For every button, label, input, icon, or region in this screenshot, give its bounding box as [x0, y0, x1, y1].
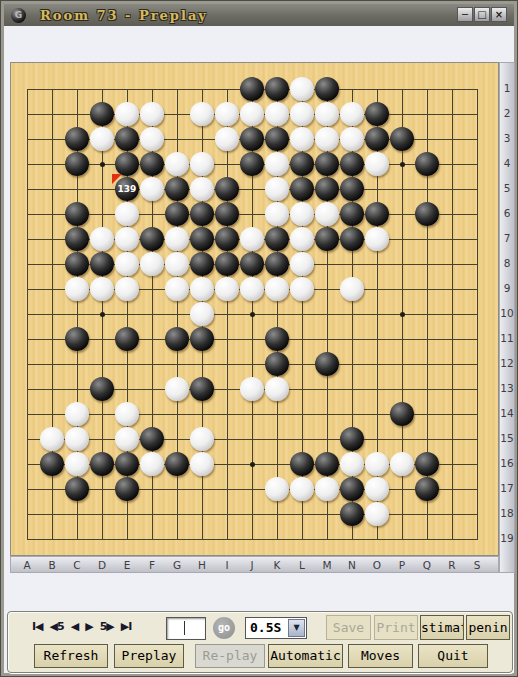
go-board[interactable]: 139	[10, 62, 499, 556]
white-stone-O18	[365, 502, 389, 526]
black-stone-E17	[115, 477, 139, 501]
col-label-E: E	[119, 559, 135, 571]
black-stone-H7	[190, 227, 214, 251]
white-stone-H4	[190, 152, 214, 176]
star-point	[400, 162, 405, 167]
opening-button[interactable]: penin	[466, 615, 510, 640]
white-stone-M3	[315, 127, 339, 151]
grid-line	[452, 89, 453, 540]
save-button[interactable]: Save	[326, 615, 371, 640]
white-stone-L6	[290, 202, 314, 226]
white-stone-J13	[240, 377, 264, 401]
white-stone-H10	[190, 302, 214, 326]
black-stone-O3	[365, 127, 389, 151]
black-stone-J3	[240, 127, 264, 151]
white-stone-G8	[165, 252, 189, 276]
black-stone-D8	[90, 252, 114, 276]
row-label-12: 12	[500, 357, 514, 369]
black-stone-J4	[240, 152, 264, 176]
white-stone-K5	[265, 177, 289, 201]
black-stone-C17	[65, 477, 89, 501]
white-stone-H2	[190, 102, 214, 126]
white-stone-H16	[190, 452, 214, 476]
white-stone-E9	[115, 277, 139, 301]
black-stone-Q17	[415, 477, 439, 501]
black-stone-E16	[115, 452, 139, 476]
black-stone-I6	[215, 202, 239, 226]
grid-line	[27, 439, 478, 440]
black-stone-F4	[140, 152, 164, 176]
white-stone-P16	[390, 452, 414, 476]
control-panel: I◀◀5◀▶5▶▶I go 0.5S ▼ Save Print stimat p…	[7, 611, 513, 673]
star-point	[100, 312, 105, 317]
white-stone-G13	[165, 377, 189, 401]
grid-line	[27, 514, 478, 515]
white-stone-L7	[290, 227, 314, 251]
white-stone-E6	[115, 202, 139, 226]
white-stone-I3	[215, 127, 239, 151]
white-stone-C15	[65, 427, 89, 451]
white-stone-K17	[265, 477, 289, 501]
star-point	[400, 312, 405, 317]
col-label-C: C	[69, 559, 85, 571]
white-stone-D3	[90, 127, 114, 151]
nav-first-icon[interactable]: I◀	[32, 620, 43, 633]
col-label-N: N	[344, 559, 360, 571]
refresh-button[interactable]: Refresh	[34, 644, 108, 668]
black-stone-N17	[340, 477, 364, 501]
white-stone-E14	[115, 402, 139, 426]
black-stone-C8	[65, 252, 89, 276]
automatic-button[interactable]: Automatic	[268, 644, 343, 668]
white-stone-D7	[90, 227, 114, 251]
white-stone-K2	[265, 102, 289, 126]
white-stone-G7	[165, 227, 189, 251]
col-label-J: J	[244, 559, 260, 571]
black-stone-N6	[340, 202, 364, 226]
row-label-13: 13	[500, 382, 514, 394]
nav-back-1-icon[interactable]: ◀	[71, 620, 78, 633]
black-stone-H11	[190, 327, 214, 351]
col-label-B: B	[44, 559, 60, 571]
row-label-15: 15	[500, 432, 514, 444]
black-stone-Q6	[415, 202, 439, 226]
white-stone-E2	[115, 102, 139, 126]
white-stone-G9	[165, 277, 189, 301]
black-stone-J1	[240, 77, 264, 101]
grid-line	[27, 489, 478, 490]
move-number-label: 139	[115, 177, 139, 201]
white-stone-O7	[365, 227, 389, 251]
black-stone-Q4	[415, 152, 439, 176]
white-stone-C16	[65, 452, 89, 476]
white-stone-F5	[140, 177, 164, 201]
white-stone-K13	[265, 377, 289, 401]
col-label-O: O	[369, 559, 385, 571]
white-stone-I2	[215, 102, 239, 126]
black-stone-F15	[140, 427, 164, 451]
col-label-S: S	[469, 559, 485, 571]
black-stone-M12	[315, 352, 339, 376]
black-stone-M4	[315, 152, 339, 176]
black-stone-B16	[40, 452, 64, 476]
col-label-D: D	[94, 559, 110, 571]
delay-select[interactable]: 0.5S ▼	[245, 617, 307, 639]
black-stone-D13	[90, 377, 114, 401]
black-stone-C4	[65, 152, 89, 176]
white-stone-M17	[315, 477, 339, 501]
col-label-L: L	[294, 559, 310, 571]
black-stone-C7	[65, 227, 89, 251]
white-stone-H15	[190, 427, 214, 451]
white-stone-D9	[90, 277, 114, 301]
black-stone-O2	[365, 102, 389, 126]
row-label-16: 16	[500, 457, 514, 469]
white-stone-M6	[315, 202, 339, 226]
row-label-6: 6	[500, 207, 514, 219]
white-stone-C14	[65, 402, 89, 426]
grid-line	[27, 539, 478, 540]
black-stone-K12	[265, 352, 289, 376]
quit-button[interactable]: Quit	[418, 644, 488, 668]
moves-button[interactable]: Moves	[348, 644, 413, 668]
row-label-14: 14	[500, 407, 514, 419]
col-label-I: I	[219, 559, 235, 571]
row-coordinates: 12345678910111213141516171819	[499, 62, 515, 573]
white-stone-C9	[65, 277, 89, 301]
black-stone-P3	[390, 127, 414, 151]
white-stone-L1	[290, 77, 314, 101]
white-stone-L3	[290, 127, 314, 151]
black-stone-P14	[390, 402, 414, 426]
black-stone-E11	[115, 327, 139, 351]
black-stone-E5: 139	[115, 177, 139, 201]
white-stone-N16	[340, 452, 364, 476]
black-stone-M1	[315, 77, 339, 101]
nav-forward-1-icon[interactable]: ▶	[85, 620, 92, 633]
white-stone-O17	[365, 477, 389, 501]
white-stone-F8	[140, 252, 164, 276]
col-label-R: R	[444, 559, 460, 571]
titlebar: G Room 73 - Preplay ─□×	[4, 4, 514, 26]
black-stone-G16	[165, 452, 189, 476]
black-stone-D16	[90, 452, 114, 476]
black-stone-L4	[290, 152, 314, 176]
black-stone-I8	[215, 252, 239, 276]
grid-line	[27, 364, 478, 365]
white-stone-L17	[290, 477, 314, 501]
white-stone-N9	[340, 277, 364, 301]
black-stone-Q16	[415, 452, 439, 476]
row-label-3: 3	[500, 132, 514, 144]
col-label-K: K	[269, 559, 285, 571]
white-stone-L8	[290, 252, 314, 276]
col-label-Q: Q	[419, 559, 435, 571]
white-stone-I9	[215, 277, 239, 301]
chevron-down-icon[interactable]: ▼	[288, 619, 305, 637]
nav-back-5-icon[interactable]: ◀5	[50, 620, 64, 633]
preplay-button[interactable]: Preplay	[114, 644, 184, 668]
print-button[interactable]: Print	[374, 615, 418, 640]
black-stone-E4	[115, 152, 139, 176]
row-label-2: 2	[500, 107, 514, 119]
black-stone-H8	[190, 252, 214, 276]
black-stone-H13	[190, 377, 214, 401]
white-stone-E7	[115, 227, 139, 251]
go-button[interactable]: go	[213, 617, 235, 639]
white-stone-N2	[340, 102, 364, 126]
column-coordinates: ABCDEFGHIJKLMNOPQRS	[10, 556, 499, 573]
row-label-19: 19	[500, 532, 514, 544]
white-stone-K9	[265, 277, 289, 301]
black-stone-K8	[265, 252, 289, 276]
black-stone-H6	[190, 202, 214, 226]
white-stone-F2	[140, 102, 164, 126]
white-stone-L9	[290, 277, 314, 301]
row-label-4: 4	[500, 157, 514, 169]
white-stone-N3	[340, 127, 364, 151]
white-stone-B15	[40, 427, 64, 451]
black-stone-N7	[340, 227, 364, 251]
black-stone-D2	[90, 102, 114, 126]
white-stone-K4	[265, 152, 289, 176]
black-stone-G11	[165, 327, 189, 351]
move-number-input[interactable]	[166, 617, 206, 640]
white-stone-E8	[115, 252, 139, 276]
white-stone-J7	[240, 227, 264, 251]
white-stone-O4	[365, 152, 389, 176]
white-stone-M2	[315, 102, 339, 126]
star-point	[250, 312, 255, 317]
row-label-7: 7	[500, 232, 514, 244]
white-stone-K6	[265, 202, 289, 226]
grid-line	[477, 89, 478, 540]
maximize-button[interactable]: □	[474, 7, 490, 22]
col-label-F: F	[144, 559, 160, 571]
white-stone-E15	[115, 427, 139, 451]
black-stone-C6	[65, 202, 89, 226]
playback-nav: I◀◀5◀▶5▶▶I	[32, 620, 131, 633]
black-stone-J8	[240, 252, 264, 276]
text-caret	[184, 621, 185, 635]
replay-button[interactable]: Re-play	[195, 644, 265, 668]
black-stone-O6	[365, 202, 389, 226]
white-stone-J9	[240, 277, 264, 301]
black-stone-N5	[340, 177, 364, 201]
white-stone-H5	[190, 177, 214, 201]
grid-line	[27, 339, 478, 340]
black-stone-N18	[340, 502, 364, 526]
estimate-button[interactable]: stimat	[420, 615, 464, 640]
black-stone-L5	[290, 177, 314, 201]
delay-value: 0.5S	[250, 620, 281, 635]
white-stone-F3	[140, 127, 164, 151]
white-stone-O16	[365, 452, 389, 476]
black-stone-M5	[315, 177, 339, 201]
row-label-17: 17	[500, 482, 514, 494]
row-label-18: 18	[500, 507, 514, 519]
black-stone-G5	[165, 177, 189, 201]
row-label-5: 5	[500, 182, 514, 194]
nav-last-icon[interactable]: ▶I	[121, 620, 132, 633]
window-title: Room 73 - Preplay	[40, 8, 208, 23]
col-label-M: M	[319, 559, 335, 571]
row-label-1: 1	[500, 82, 514, 94]
black-stone-C11	[65, 327, 89, 351]
col-label-G: G	[169, 559, 185, 571]
white-stone-L2	[290, 102, 314, 126]
star-point	[100, 162, 105, 167]
black-stone-I7	[215, 227, 239, 251]
titlebar-buttons: ─□×	[457, 7, 507, 22]
white-stone-J2	[240, 102, 264, 126]
star-point	[250, 462, 255, 467]
nav-forward-5-icon[interactable]: 5▶	[100, 620, 114, 633]
black-stone-G6	[165, 202, 189, 226]
col-label-A: A	[19, 559, 35, 571]
black-stone-L16	[290, 452, 314, 476]
black-stone-K7	[265, 227, 289, 251]
row-label-11: 11	[500, 332, 514, 344]
close-button[interactable]: ×	[491, 7, 507, 22]
black-stone-N4	[340, 152, 364, 176]
black-stone-K1	[265, 77, 289, 101]
black-stone-I5	[215, 177, 239, 201]
black-stone-K11	[265, 327, 289, 351]
white-stone-H9	[190, 277, 214, 301]
row-label-8: 8	[500, 257, 514, 269]
row-label-10: 10	[500, 307, 514, 319]
black-stone-F7	[140, 227, 164, 251]
minimize-button[interactable]: ─	[457, 7, 473, 22]
black-stone-C3	[65, 127, 89, 151]
black-stone-K3	[265, 127, 289, 151]
white-stone-F16	[140, 452, 164, 476]
app-icon: G	[11, 8, 26, 23]
black-stone-E3	[115, 127, 139, 151]
col-label-P: P	[394, 559, 410, 571]
black-stone-N15	[340, 427, 364, 451]
col-label-H: H	[194, 559, 210, 571]
row-label-9: 9	[500, 282, 514, 294]
white-stone-G4	[165, 152, 189, 176]
black-stone-M16	[315, 452, 339, 476]
black-stone-M7	[315, 227, 339, 251]
